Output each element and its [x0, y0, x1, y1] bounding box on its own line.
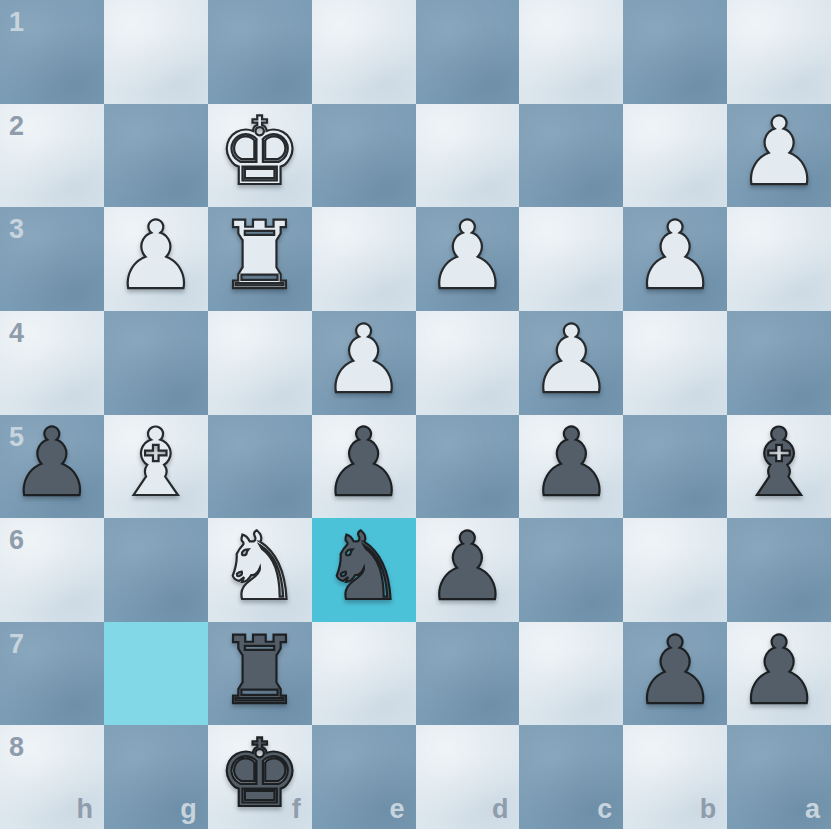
square-c1[interactable]	[519, 0, 623, 104]
white-king[interactable]: ♚	[218, 104, 302, 205]
square-c4[interactable]: ♟	[519, 311, 623, 415]
square-a4[interactable]	[727, 311, 831, 415]
square-d1[interactable]	[416, 0, 520, 104]
square-d6[interactable]: ♟	[416, 518, 520, 622]
square-b6[interactable]	[623, 518, 727, 622]
black-knight[interactable]: ♞	[321, 518, 405, 619]
square-a5[interactable]: ♝	[727, 415, 831, 519]
square-f5[interactable]	[208, 415, 312, 519]
black-pawn[interactable]: ♟	[529, 415, 613, 516]
square-f6[interactable]: ♞	[208, 518, 312, 622]
square-h2[interactable]: 2	[0, 104, 104, 208]
black-pawn[interactable]: ♟	[425, 518, 509, 619]
square-f2[interactable]: ♚	[208, 104, 312, 208]
white-bishop[interactable]: ♝	[114, 415, 198, 516]
square-d5[interactable]	[416, 415, 520, 519]
square-g7[interactable]	[104, 622, 208, 726]
square-d4[interactable]	[416, 311, 520, 415]
white-pawn[interactable]: ♟	[114, 207, 198, 308]
square-b8[interactable]: b	[623, 725, 727, 829]
square-e4[interactable]: ♟	[312, 311, 416, 415]
square-d3[interactable]: ♟	[416, 207, 520, 311]
file-label-a: a	[805, 794, 820, 825]
file-label-d: d	[492, 794, 509, 825]
square-a6[interactable]	[727, 518, 831, 622]
square-a8[interactable]: a	[727, 725, 831, 829]
square-e3[interactable]	[312, 207, 416, 311]
square-h7[interactable]: 7	[0, 622, 104, 726]
square-e8[interactable]: e	[312, 725, 416, 829]
square-f1[interactable]	[208, 0, 312, 104]
chess-board: 12♚♟3♟♜♟♟4♟♟5♟♝♟♟♝6♞♞♟7♜♟♟8hgf♚edcba	[0, 0, 831, 829]
square-b1[interactable]	[623, 0, 727, 104]
square-a7[interactable]: ♟	[727, 622, 831, 726]
white-pawn[interactable]: ♟	[529, 311, 613, 412]
square-g8[interactable]: g	[104, 725, 208, 829]
square-h1[interactable]: 1	[0, 0, 104, 104]
square-d8[interactable]: d	[416, 725, 520, 829]
square-g5[interactable]: ♝	[104, 415, 208, 519]
square-b2[interactable]	[623, 104, 727, 208]
file-label-h: h	[76, 794, 93, 825]
square-d7[interactable]	[416, 622, 520, 726]
black-king[interactable]: ♚	[218, 725, 302, 826]
square-e1[interactable]	[312, 0, 416, 104]
rank-label-7: 7	[9, 629, 24, 660]
black-pawn[interactable]: ♟	[633, 622, 717, 723]
white-pawn[interactable]: ♟	[633, 207, 717, 308]
square-f4[interactable]	[208, 311, 312, 415]
square-c7[interactable]	[519, 622, 623, 726]
black-bishop[interactable]: ♝	[737, 415, 821, 516]
black-pawn[interactable]: ♟	[10, 415, 94, 516]
square-b4[interactable]	[623, 311, 727, 415]
square-a3[interactable]	[727, 207, 831, 311]
square-c2[interactable]	[519, 104, 623, 208]
square-h4[interactable]: 4	[0, 311, 104, 415]
square-g3[interactable]: ♟	[104, 207, 208, 311]
square-e5[interactable]: ♟	[312, 415, 416, 519]
black-rook[interactable]: ♜	[218, 622, 302, 723]
white-pawn[interactable]: ♟	[737, 104, 821, 205]
rank-label-2: 2	[9, 111, 24, 142]
white-knight[interactable]: ♞	[218, 518, 302, 619]
square-e7[interactable]	[312, 622, 416, 726]
rank-label-6: 6	[9, 525, 24, 556]
square-e2[interactable]	[312, 104, 416, 208]
square-d2[interactable]	[416, 104, 520, 208]
white-rook[interactable]: ♜	[218, 207, 302, 308]
square-h8[interactable]: 8h	[0, 725, 104, 829]
black-pawn[interactable]: ♟	[737, 622, 821, 723]
square-a2[interactable]: ♟	[727, 104, 831, 208]
square-g6[interactable]	[104, 518, 208, 622]
square-h6[interactable]: 6	[0, 518, 104, 622]
square-g2[interactable]	[104, 104, 208, 208]
rank-label-3: 3	[9, 214, 24, 245]
square-h5[interactable]: 5♟	[0, 415, 104, 519]
square-c5[interactable]: ♟	[519, 415, 623, 519]
rank-label-8: 8	[9, 732, 24, 763]
rank-label-1: 1	[9, 7, 24, 38]
file-label-b: b	[700, 794, 717, 825]
square-f8[interactable]: f♚	[208, 725, 312, 829]
file-label-e: e	[389, 794, 404, 825]
square-g4[interactable]	[104, 311, 208, 415]
square-f7[interactable]: ♜	[208, 622, 312, 726]
file-label-g: g	[180, 794, 197, 825]
square-c6[interactable]	[519, 518, 623, 622]
square-c3[interactable]	[519, 207, 623, 311]
square-c8[interactable]: c	[519, 725, 623, 829]
white-pawn[interactable]: ♟	[321, 311, 405, 412]
square-e6[interactable]: ♞	[312, 518, 416, 622]
square-h3[interactable]: 3	[0, 207, 104, 311]
square-a1[interactable]	[727, 0, 831, 104]
rank-label-4: 4	[9, 318, 24, 349]
square-b3[interactable]: ♟	[623, 207, 727, 311]
square-b7[interactable]: ♟	[623, 622, 727, 726]
square-f3[interactable]: ♜	[208, 207, 312, 311]
square-b5[interactable]	[623, 415, 727, 519]
square-g1[interactable]	[104, 0, 208, 104]
black-pawn[interactable]: ♟	[321, 415, 405, 516]
file-label-c: c	[597, 794, 612, 825]
white-pawn[interactable]: ♟	[425, 207, 509, 308]
